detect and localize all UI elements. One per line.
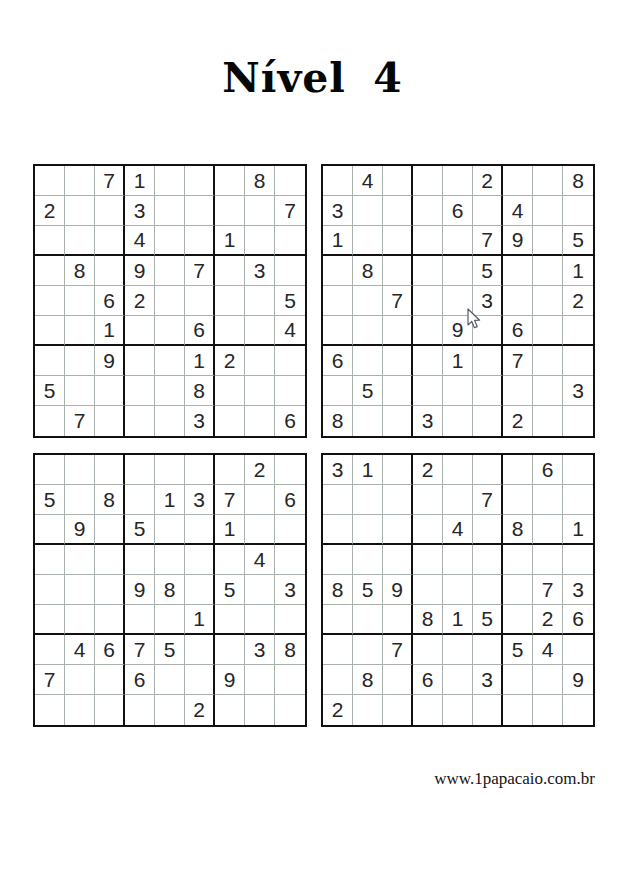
cell-r3c7: 1 (215, 515, 245, 545)
cell-r9c7 (215, 695, 245, 725)
cell-r5c6 (185, 286, 215, 316)
cell-r5c5: 8 (155, 575, 185, 605)
cell-r8c4: 6 (125, 665, 155, 695)
cell-r9c1: 8 (323, 406, 353, 436)
cell-r9c2 (353, 695, 383, 725)
cell-r4c1 (323, 256, 353, 286)
cell-r3c1 (35, 515, 65, 545)
cell-r7c3: 6 (95, 635, 125, 665)
cell-r8c9 (275, 665, 305, 695)
cell-r1c1 (35, 455, 65, 485)
cell-r7c8: 4 (533, 635, 563, 665)
cell-r5c9: 3 (563, 575, 593, 605)
cell-r9c3 (95, 406, 125, 436)
page-title: Nível 4 (0, 54, 625, 102)
cell-r8c3 (383, 665, 413, 695)
cell-r5c3: 7 (383, 286, 413, 316)
cell-r2c6: 3 (185, 485, 215, 515)
cell-r4c3 (383, 256, 413, 286)
cell-r7c2 (65, 346, 95, 376)
cell-r9c7 (215, 406, 245, 436)
cell-r8c4: 6 (413, 665, 443, 695)
cell-r6c3 (95, 605, 125, 635)
cell-r4c8: 4 (245, 545, 275, 575)
cell-r9c6 (473, 695, 503, 725)
cell-r6c7 (503, 605, 533, 635)
cell-r9c1: 2 (323, 695, 353, 725)
cell-r8c3 (95, 665, 125, 695)
cell-r9c5 (155, 406, 185, 436)
cell-r7c6: 1 (185, 346, 215, 376)
cell-r5c1 (323, 286, 353, 316)
cell-r5c4 (413, 286, 443, 316)
cell-r1c6 (473, 455, 503, 485)
cell-r4c5 (443, 256, 473, 286)
cell-r4c2 (65, 545, 95, 575)
cell-r3c5 (443, 226, 473, 256)
cell-r6c6: 5 (473, 605, 503, 635)
cell-r6c6: 6 (185, 316, 215, 346)
cell-r2c4 (125, 485, 155, 515)
cell-r4c4: 9 (125, 256, 155, 286)
cell-r5c2 (65, 286, 95, 316)
cell-r7c2: 4 (65, 635, 95, 665)
cell-r7c7: 2 (215, 346, 245, 376)
cell-r7c4 (413, 635, 443, 665)
cell-r9c9 (563, 406, 593, 436)
cell-r7c9: 8 (275, 635, 305, 665)
cell-r9c5 (443, 695, 473, 725)
cell-r8c8 (533, 376, 563, 406)
cell-r2c7 (503, 485, 533, 515)
cell-r1c8 (533, 166, 563, 196)
cell-r2c8 (245, 196, 275, 226)
cell-r8c7: 9 (215, 665, 245, 695)
cell-r2c8 (533, 196, 563, 226)
cell-r6c1 (35, 605, 65, 635)
cell-r6c4: 8 (413, 605, 443, 635)
cell-r9c4 (125, 695, 155, 725)
cell-r2c4 (413, 196, 443, 226)
cell-r3c2 (353, 226, 383, 256)
cell-r7c1: 6 (323, 346, 353, 376)
cell-r3c4: 4 (125, 226, 155, 256)
cell-r2c6: 7 (473, 485, 503, 515)
cell-r3c7: 8 (503, 515, 533, 545)
cell-r3c6: 7 (473, 226, 503, 256)
cell-r9c5 (443, 406, 473, 436)
cell-r5c8 (245, 575, 275, 605)
cell-r3c2 (65, 226, 95, 256)
cell-r9c4 (125, 406, 155, 436)
cell-r1c4: 2 (413, 455, 443, 485)
cell-r6c5: 1 (443, 605, 473, 635)
cell-r4c9 (275, 545, 305, 575)
cell-r1c1 (35, 166, 65, 196)
cell-r3c9: 5 (563, 226, 593, 256)
cell-r4c4 (413, 256, 443, 286)
cell-r6c2 (353, 605, 383, 635)
cell-r6c8 (533, 316, 563, 346)
cell-r3c8 (245, 515, 275, 545)
cell-r7c3: 7 (383, 635, 413, 665)
cell-r4c1 (35, 545, 65, 575)
cell-r7c9 (563, 635, 593, 665)
cell-r1c4 (413, 166, 443, 196)
cell-r5c1 (35, 575, 65, 605)
cell-r2c5 (155, 196, 185, 226)
cell-r4c3 (383, 545, 413, 575)
cell-r7c7: 5 (503, 635, 533, 665)
cell-r7c2 (353, 346, 383, 376)
cell-r4c6: 5 (473, 256, 503, 286)
cell-r7c6 (473, 635, 503, 665)
cell-r6c8: 2 (533, 605, 563, 635)
cell-r5c8: 7 (533, 575, 563, 605)
cell-r5c6 (473, 575, 503, 605)
cell-r7c1 (35, 346, 65, 376)
cell-r3c2: 9 (65, 515, 95, 545)
cell-r2c8 (245, 485, 275, 515)
cell-r4c7 (503, 256, 533, 286)
cell-r6c5 (155, 605, 185, 635)
cell-r9c3 (383, 695, 413, 725)
cell-r8c3 (383, 376, 413, 406)
cell-r5c8 (245, 286, 275, 316)
cell-r2c8 (533, 485, 563, 515)
cell-r6c3 (383, 605, 413, 635)
cell-r8c7 (215, 376, 245, 406)
cell-r2c7: 7 (215, 485, 245, 515)
cell-r4c7 (503, 545, 533, 575)
cell-r9c1 (35, 406, 65, 436)
cell-r9c7: 2 (503, 406, 533, 436)
cell-r9c4 (413, 695, 443, 725)
cell-r4c9: 1 (563, 256, 593, 286)
cell-r5c7: 5 (215, 575, 245, 605)
cell-r6c4 (125, 316, 155, 346)
cell-r5c5 (443, 286, 473, 316)
cell-r1c8: 6 (533, 455, 563, 485)
cell-r4c6 (185, 545, 215, 575)
cell-r8c6 (185, 665, 215, 695)
cell-r8c1: 5 (35, 376, 65, 406)
cell-r3c3 (383, 226, 413, 256)
cell-r2c7: 4 (503, 196, 533, 226)
cell-r5c8 (533, 286, 563, 316)
cell-r9c3 (95, 695, 125, 725)
cell-r1c3 (383, 166, 413, 196)
cell-r4c4 (125, 545, 155, 575)
cell-r8c6 (473, 376, 503, 406)
cell-r7c8 (245, 346, 275, 376)
cell-r3c3 (95, 226, 125, 256)
cell-r1c4 (125, 455, 155, 485)
cell-r3c7: 9 (503, 226, 533, 256)
cell-r9c9 (275, 695, 305, 725)
cell-r8c9: 9 (563, 665, 593, 695)
cell-r3c8 (245, 226, 275, 256)
cell-r8c4 (125, 376, 155, 406)
cell-r5c2 (65, 575, 95, 605)
cell-r6c5 (155, 316, 185, 346)
cell-r6c2 (65, 605, 95, 635)
cell-r8c3 (95, 376, 125, 406)
cell-r5c4: 2 (125, 286, 155, 316)
cell-r1c8: 2 (245, 455, 275, 485)
cell-r8c8 (245, 665, 275, 695)
cell-r2c1: 5 (35, 485, 65, 515)
cell-r1c5 (155, 166, 185, 196)
cell-r6c6: 1 (185, 605, 215, 635)
cell-r1c5 (443, 166, 473, 196)
cell-r3c4: 5 (125, 515, 155, 545)
cell-r5c9: 5 (275, 286, 305, 316)
cell-r2c5: 1 (155, 485, 185, 515)
cell-r8c6: 8 (185, 376, 215, 406)
cell-r6c4 (125, 605, 155, 635)
cell-r1c6 (185, 455, 215, 485)
cell-r2c4 (413, 485, 443, 515)
cell-r4c5 (155, 545, 185, 575)
cell-r6c1 (35, 316, 65, 346)
cell-r3c9 (275, 226, 305, 256)
cell-r6c1 (323, 316, 353, 346)
cell-r6c9: 4 (275, 316, 305, 346)
cell-r4c5 (443, 545, 473, 575)
cell-r1c7 (503, 455, 533, 485)
cell-r7c5 (155, 346, 185, 376)
cell-r6c3 (383, 316, 413, 346)
cell-r5c5 (443, 575, 473, 605)
cell-r9c5 (155, 695, 185, 725)
cell-r6c1 (323, 605, 353, 635)
cell-r1c1: 3 (323, 455, 353, 485)
cell-r8c1 (323, 376, 353, 406)
cell-r7c4: 7 (125, 635, 155, 665)
cell-r1c9: 8 (563, 166, 593, 196)
cell-r8c5 (155, 665, 185, 695)
cell-r7c6 (185, 635, 215, 665)
cell-r5c7 (503, 286, 533, 316)
cell-r5c2: 5 (353, 575, 383, 605)
cell-r7c8: 3 (245, 635, 275, 665)
cell-r5c6: 3 (473, 286, 503, 316)
cell-r4c9 (563, 545, 593, 575)
cell-r8c1: 7 (35, 665, 65, 695)
cell-r9c6: 2 (185, 695, 215, 725)
cell-r5c6 (185, 575, 215, 605)
cell-r9c7 (503, 695, 533, 725)
cell-r8c7 (503, 376, 533, 406)
cell-r7c6 (473, 346, 503, 376)
cell-r5c7 (503, 575, 533, 605)
cell-r4c2: 8 (65, 256, 95, 286)
cell-r3c6 (185, 226, 215, 256)
cell-r3c2 (353, 515, 383, 545)
cell-r8c2 (65, 376, 95, 406)
cell-r5c1: 8 (323, 575, 353, 605)
cell-r7c9 (563, 346, 593, 376)
cell-r7c4 (125, 346, 155, 376)
cell-r9c6 (473, 406, 503, 436)
cell-r2c3 (95, 196, 125, 226)
cell-r1c7 (215, 166, 245, 196)
cell-r2c4: 3 (125, 196, 155, 226)
cell-r3c4 (413, 515, 443, 545)
cell-r6c7 (215, 316, 245, 346)
cell-r6c7 (215, 605, 245, 635)
cell-r6c5: 9 (443, 316, 473, 346)
cell-r5c1 (35, 286, 65, 316)
sudoku-grid-top-left: 71823741897362516491258736 (33, 164, 307, 438)
cell-r9c2: 7 (65, 406, 95, 436)
cell-r4c8 (533, 545, 563, 575)
cell-r1c9 (275, 166, 305, 196)
cell-r5c9: 3 (275, 575, 305, 605)
cell-r2c3 (383, 196, 413, 226)
cell-r5c3: 6 (95, 286, 125, 316)
cell-r8c9: 3 (563, 376, 593, 406)
cell-r5c9: 2 (563, 286, 593, 316)
cell-r3c3 (383, 515, 413, 545)
cell-r8c4 (413, 376, 443, 406)
cell-r3c4 (413, 226, 443, 256)
cell-r6c4 (413, 316, 443, 346)
cell-r8c7 (503, 665, 533, 695)
cell-r8c8 (533, 665, 563, 695)
cell-r4c6 (473, 545, 503, 575)
cell-r7c9 (275, 346, 305, 376)
cell-r2c1: 3 (323, 196, 353, 226)
cell-r6c2 (65, 316, 95, 346)
cell-r9c8 (533, 695, 563, 725)
cell-r2c5 (443, 485, 473, 515)
cell-r5c3 (95, 575, 125, 605)
cell-r1c5 (443, 455, 473, 485)
sudoku-grid-bottom-left: 25813769514985314675387692 (33, 453, 307, 727)
cell-r4c3 (95, 545, 125, 575)
cell-r8c8 (245, 376, 275, 406)
cell-r6c9 (563, 316, 593, 346)
cell-r3c3 (95, 515, 125, 545)
cell-r3c1: 1 (323, 226, 353, 256)
cell-r2c9 (563, 196, 593, 226)
cell-r7c5 (443, 635, 473, 665)
cell-r4c6: 7 (185, 256, 215, 286)
cell-r4c2 (353, 545, 383, 575)
cell-r9c2 (353, 406, 383, 436)
sudoku-grid-bottom-right: 31267481859738152675486392 (321, 453, 595, 727)
cell-r5c2 (353, 286, 383, 316)
cell-r5c4: 9 (125, 575, 155, 605)
cell-r9c8 (245, 406, 275, 436)
cell-r4c3 (95, 256, 125, 286)
cell-r9c6: 3 (185, 406, 215, 436)
cell-r7c5: 5 (155, 635, 185, 665)
cell-r1c2: 1 (353, 455, 383, 485)
cell-r3c5 (155, 515, 185, 545)
cell-r4c9 (275, 256, 305, 286)
cell-r9c8 (245, 695, 275, 725)
cell-r9c3 (383, 406, 413, 436)
cell-r5c7 (215, 286, 245, 316)
cell-r3c6 (473, 515, 503, 545)
cell-r7c3 (383, 346, 413, 376)
cell-r3c8 (533, 515, 563, 545)
cell-r1c3 (95, 455, 125, 485)
cell-r8c2: 5 (353, 376, 383, 406)
cell-r7c7 (215, 635, 245, 665)
cell-r9c4: 3 (413, 406, 443, 436)
cell-r1c3 (383, 455, 413, 485)
cell-r3c6 (185, 515, 215, 545)
cell-r1c2: 4 (353, 166, 383, 196)
cell-r2c6 (185, 196, 215, 226)
cell-r7c8 (533, 346, 563, 376)
cell-r2c1: 2 (35, 196, 65, 226)
cell-r3c1 (35, 226, 65, 256)
cell-r1c7 (215, 455, 245, 485)
cell-r9c9 (563, 695, 593, 725)
cell-r9c9: 6 (275, 406, 305, 436)
cell-r8c9 (275, 376, 305, 406)
cell-r5c3: 9 (383, 575, 413, 605)
cell-r6c9: 6 (563, 605, 593, 635)
cell-r8c5 (443, 376, 473, 406)
footer-url: www.1papacaio.com.br (434, 769, 595, 789)
cell-r7c4 (413, 346, 443, 376)
cell-r4c7 (215, 545, 245, 575)
cell-r7c1 (35, 635, 65, 665)
cell-r1c7 (503, 166, 533, 196)
cell-r1c9 (563, 455, 593, 485)
cell-r1c3: 7 (95, 166, 125, 196)
cell-r1c4: 1 (125, 166, 155, 196)
cell-r8c5 (443, 665, 473, 695)
cell-r2c2 (353, 196, 383, 226)
cell-r4c2: 8 (353, 256, 383, 286)
cell-r3c8 (533, 226, 563, 256)
cell-r2c9: 7 (275, 196, 305, 226)
cell-r4c4 (413, 545, 443, 575)
cell-r2c3: 8 (95, 485, 125, 515)
cell-r7c5: 1 (443, 346, 473, 376)
cell-r7c2 (353, 635, 383, 665)
cell-r4c1 (35, 256, 65, 286)
cell-r6c2 (353, 316, 383, 346)
cell-r1c5 (155, 455, 185, 485)
cell-r2c9 (563, 485, 593, 515)
cell-r3c7: 1 (215, 226, 245, 256)
cell-r8c6: 3 (473, 665, 503, 695)
cell-r3c5 (155, 226, 185, 256)
cell-r3c9 (275, 515, 305, 545)
cell-r4c8 (533, 256, 563, 286)
cell-r9c2 (65, 695, 95, 725)
cell-r1c1 (323, 166, 353, 196)
cell-r6c3: 1 (95, 316, 125, 346)
cell-r4c1 (323, 545, 353, 575)
cell-r7c1 (323, 635, 353, 665)
cell-r2c5: 6 (443, 196, 473, 226)
cell-r8c2: 8 (353, 665, 383, 695)
cell-r6c7: 6 (503, 316, 533, 346)
cell-r6c8 (245, 605, 275, 635)
cell-r8c1 (323, 665, 353, 695)
cell-r2c2 (65, 196, 95, 226)
cell-r6c6 (473, 316, 503, 346)
